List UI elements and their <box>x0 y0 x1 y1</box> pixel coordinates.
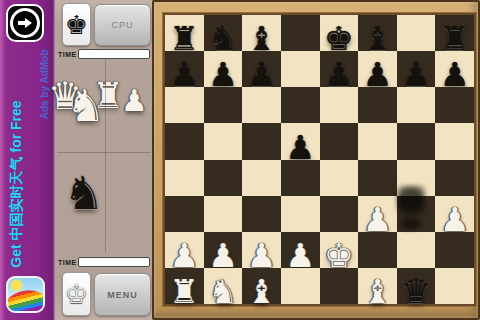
square-e4[interactable] <box>320 160 359 196</box>
piece-black-queen[interactable]: ♛ <box>401 275 431 308</box>
square-c3[interactable] <box>242 196 281 232</box>
weather-app-rainbow-icon[interactable] <box>6 276 45 313</box>
square-c8[interactable]: ♝ <box>242 15 281 51</box>
square-h5[interactable] <box>435 123 474 159</box>
square-a1[interactable]: ♜ <box>165 268 204 304</box>
black-king-icon: ♚ <box>65 12 88 38</box>
ad-sidebar[interactable]: Ads by AdMob Get 中国实时天气 for Free <box>0 0 55 320</box>
ad-banner-text[interactable]: Get 中国实时天气 for Free <box>8 74 26 294</box>
square-g5[interactable] <box>397 123 436 159</box>
square-a6[interactable] <box>165 87 204 123</box>
white-king-icon: ♚ <box>65 281 88 307</box>
square-c1[interactable]: ♝ <box>242 268 281 304</box>
square-g1[interactable]: ♛ <box>397 268 436 304</box>
arrow-right-icon <box>10 8 40 38</box>
time-progress-track <box>78 49 150 59</box>
square-a8[interactable]: ♜ <box>165 15 204 51</box>
square-h1[interactable] <box>435 268 474 304</box>
square-f4[interactable] <box>358 160 397 196</box>
square-f5[interactable] <box>358 123 397 159</box>
square-g8[interactable] <box>397 15 436 51</box>
captured-black-knight: ♞ <box>63 170 104 216</box>
square-a2[interactable]: ♟ <box>165 232 204 268</box>
black-player-indicator: ♚ <box>62 3 91 46</box>
chess-board[interactable]: ♜♞♝♚♝♜♟♟♟♟♟♟♟♟♟♟♟♟♟♟♚♜♞♝♝♛ <box>163 13 476 306</box>
square-d8[interactable] <box>281 15 320 51</box>
piece-white-bishop[interactable]: ♝ <box>247 275 277 308</box>
square-d4[interactable] <box>281 160 320 196</box>
square-f3[interactable]: ♟ <box>358 196 397 232</box>
square-b6[interactable] <box>204 87 243 123</box>
square-b2[interactable]: ♟ <box>204 232 243 268</box>
square-b3[interactable] <box>204 196 243 232</box>
square-h2[interactable] <box>435 232 474 268</box>
square-c6[interactable] <box>242 87 281 123</box>
square-e3[interactable] <box>320 196 359 232</box>
square-b1[interactable]: ♞ <box>204 268 243 304</box>
square-a4[interactable] <box>165 160 204 196</box>
captured-white-pawn: ♟ <box>121 86 148 116</box>
square-d3[interactable] <box>281 196 320 232</box>
panel-divider-horizontal <box>57 152 151 153</box>
square-d5[interactable]: ♟ <box>281 123 320 159</box>
square-b7[interactable]: ♟ <box>204 51 243 87</box>
square-g6[interactable] <box>397 87 436 123</box>
time-label: TIME <box>58 51 78 58</box>
square-d6[interactable] <box>281 87 320 123</box>
square-e2[interactable]: ♚ <box>320 232 359 268</box>
panel-divider-vertical <box>105 58 106 252</box>
square-e1[interactable] <box>320 268 359 304</box>
square-f1[interactable]: ♝ <box>358 268 397 304</box>
square-e5[interactable] <box>320 123 359 159</box>
time-progress-track <box>78 257 150 267</box>
ghost-shadow-piece <box>397 186 425 230</box>
square-c7[interactable]: ♟ <box>242 51 281 87</box>
captured-white-rook: ♜ <box>92 78 124 114</box>
square-g2[interactable] <box>397 232 436 268</box>
square-b4[interactable] <box>204 160 243 196</box>
black-time-bar: TIME <box>58 49 150 59</box>
square-c4[interactable] <box>242 160 281 196</box>
square-b8[interactable]: ♞ <box>204 15 243 51</box>
square-d2[interactable]: ♟ <box>281 232 320 268</box>
square-a3[interactable] <box>165 196 204 232</box>
time-label: TIME <box>58 259 78 266</box>
square-e7[interactable]: ♟ <box>320 51 359 87</box>
piece-white-knight[interactable]: ♞ <box>208 275 238 308</box>
square-h8[interactable]: ♜ <box>435 15 474 51</box>
piece-white-bishop[interactable]: ♝ <box>363 275 393 308</box>
game-side-panel: ♚ CPU TIME ♛♞♜♟ ♞ TIME ♚ MENU <box>55 0 152 320</box>
white-time-bar: TIME <box>58 257 150 267</box>
square-h3[interactable]: ♟ <box>435 196 474 232</box>
square-h7[interactable]: ♟ <box>435 51 474 87</box>
square-h4[interactable] <box>435 160 474 196</box>
square-f8[interactable]: ♝ <box>358 15 397 51</box>
square-f7[interactable]: ♟ <box>358 51 397 87</box>
square-f6[interactable] <box>358 87 397 123</box>
square-c2[interactable]: ♟ <box>242 232 281 268</box>
square-e8[interactable]: ♚ <box>320 15 359 51</box>
menu-button[interactable]: MENU <box>94 273 151 316</box>
chess-board-frame: ♜♞♝♚♝♜♟♟♟♟♟♟♟♟♟♟♟♟♟♟♚♜♞♝♝♛ <box>152 0 480 320</box>
chess-app-window: Ads by AdMob Get 中国实时天气 for Free ♚ CPU T… <box>0 0 480 320</box>
square-f2[interactable] <box>358 232 397 268</box>
square-c5[interactable] <box>242 123 281 159</box>
piece-white-rook[interactable]: ♜ <box>170 275 200 308</box>
square-h6[interactable] <box>435 87 474 123</box>
square-e6[interactable] <box>320 87 359 123</box>
square-g7[interactable]: ♟ <box>397 51 436 87</box>
square-a7[interactable]: ♟ <box>165 51 204 87</box>
square-a5[interactable] <box>165 123 204 159</box>
square-b5[interactable] <box>204 123 243 159</box>
white-player-indicator: ♚ <box>62 272 91 316</box>
square-d7[interactable] <box>281 51 320 87</box>
cpu-button[interactable]: CPU <box>94 4 151 46</box>
square-d1[interactable] <box>281 268 320 304</box>
